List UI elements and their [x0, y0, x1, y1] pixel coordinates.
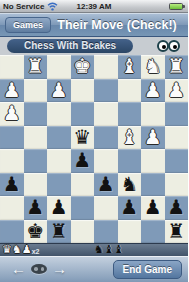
square-b7[interactable]: ♟	[141, 196, 165, 220]
black-pawn: ♟	[141, 196, 165, 220]
square-g7[interactable]: ♟	[24, 196, 48, 220]
square-g5[interactable]	[24, 149, 48, 173]
captured-white-knight: ♞	[12, 244, 22, 256]
square-d7[interactable]	[94, 196, 118, 220]
square-a8[interactable]: ♜	[165, 220, 189, 244]
eye-right	[168, 40, 180, 52]
square-e4[interactable]: ♛	[71, 126, 95, 150]
captured-white-pawn: ♟	[22, 244, 32, 256]
square-a4[interactable]	[165, 126, 189, 150]
square-h8[interactable]	[0, 220, 24, 244]
captured-by-white-tray: ♞♝♝	[94, 243, 124, 256]
black-pawn: ♟	[24, 196, 48, 220]
square-d3[interactable]	[94, 102, 118, 126]
battery-icon	[169, 3, 185, 10]
prev-move-button[interactable]: ←	[11, 256, 26, 282]
bottom-toolbar: ← → End Game	[0, 256, 188, 282]
page-title: Their Move (Check!)	[51, 18, 183, 32]
square-a1[interactable]: ♜	[165, 55, 189, 79]
black-pawn: ♟	[71, 149, 95, 173]
square-g2[interactable]	[24, 79, 48, 103]
square-h4[interactable]	[0, 126, 24, 150]
captured-black-bishop: ♝	[114, 244, 124, 256]
square-f5[interactable]	[47, 149, 71, 173]
square-h3[interactable]: ♟	[0, 102, 24, 126]
square-e7[interactable]	[71, 196, 95, 220]
white-bishop: ♝	[118, 55, 142, 79]
status-bar: No Service 12:39 AM	[0, 0, 188, 13]
square-g1[interactable]: ♜	[24, 55, 48, 79]
square-h2[interactable]: ♟	[0, 79, 24, 103]
white-pawn: ♟	[165, 79, 189, 103]
square-d1[interactable]	[94, 55, 118, 79]
square-d6[interactable]: ♟	[94, 173, 118, 197]
white-pawn: ♟	[0, 79, 24, 103]
match-name-banner: Chess With Bcakes	[7, 39, 133, 53]
square-h1[interactable]	[0, 55, 24, 79]
square-f7[interactable]: ♟	[47, 196, 71, 220]
square-e5[interactable]: ♟	[71, 149, 95, 173]
square-c7[interactable]: ♟	[118, 196, 142, 220]
game-header: Chess With Bcakes	[0, 37, 188, 55]
square-f8[interactable]: ♜	[47, 220, 71, 244]
captured-count-label: x2	[32, 247, 40, 256]
square-f1[interactable]	[47, 55, 71, 79]
square-g4[interactable]	[24, 126, 48, 150]
square-f6[interactable]	[47, 173, 71, 197]
white-bishop: ♝	[118, 126, 142, 150]
square-b3[interactable]	[141, 102, 165, 126]
square-f3[interactable]	[47, 102, 71, 126]
square-a3[interactable]	[165, 102, 189, 126]
square-c1[interactable]: ♝	[118, 55, 142, 79]
square-a7[interactable]: ♟	[165, 196, 189, 220]
square-d5[interactable]	[94, 149, 118, 173]
white-knight: ♞	[141, 55, 165, 79]
black-pawn: ♟	[0, 173, 24, 197]
clock: 12:39 AM	[0, 2, 188, 11]
black-pawn: ♟	[94, 173, 118, 197]
square-d8[interactable]	[94, 220, 118, 244]
white-king: ♚	[71, 55, 95, 79]
square-d2[interactable]	[94, 79, 118, 103]
next-move-button[interactable]: →	[52, 256, 67, 282]
square-g6[interactable]	[24, 173, 48, 197]
square-c2[interactable]	[118, 79, 142, 103]
black-queen: ♛	[71, 126, 95, 150]
square-h5[interactable]	[0, 149, 24, 173]
white-rook: ♜	[24, 55, 48, 79]
iphone-screen: No Service 12:39 AM Games Their Move (Ch…	[0, 0, 188, 282]
square-e1[interactable]: ♚	[71, 55, 95, 79]
white-pawn: ♟	[47, 79, 71, 103]
captured-white-queen: ♛	[2, 244, 12, 256]
square-b5[interactable]	[141, 149, 165, 173]
square-b1[interactable]: ♞	[141, 55, 165, 79]
square-e8[interactable]	[71, 220, 95, 244]
black-pawn: ♟	[47, 196, 71, 220]
end-game-button[interactable]: End Game	[113, 260, 182, 279]
square-a5[interactable]	[165, 149, 189, 173]
captured-pieces-bar: ♛♞♟x2 ♞♝♝	[0, 243, 188, 256]
square-e6[interactable]	[71, 173, 95, 197]
black-pawn: ♟	[165, 196, 189, 220]
white-rook: ♜	[165, 55, 189, 79]
square-h7[interactable]	[0, 196, 24, 220]
square-h6[interactable]: ♟	[0, 173, 24, 197]
black-knight: ♞	[118, 173, 142, 197]
square-e3[interactable]	[71, 102, 95, 126]
square-g3[interactable]	[24, 102, 48, 126]
square-b6[interactable]	[141, 173, 165, 197]
eyes-toggle-icon[interactable]	[31, 264, 47, 274]
square-g8[interactable]: ♚	[24, 220, 48, 244]
white-pawn: ♟	[141, 79, 165, 103]
navigation-bar: Games Their Move (Check!)	[0, 13, 188, 37]
square-c4[interactable]: ♝	[118, 126, 142, 150]
chess-board[interactable]: ♜♚♝♞♜♟♟♟♟♟♛♝♟♟♟♟♞♟♟♟♟♟♚♜♜	[0, 55, 188, 243]
square-e2[interactable]	[71, 79, 95, 103]
square-a6[interactable]	[165, 173, 189, 197]
black-king: ♚	[24, 220, 48, 244]
captured-by-black-tray: ♛♞♟x2	[2, 243, 39, 256]
square-b8[interactable]	[141, 220, 165, 244]
square-c6[interactable]: ♞	[118, 173, 142, 197]
square-c3[interactable]	[118, 102, 142, 126]
black-rook: ♜	[47, 220, 71, 244]
eyes-icon	[158, 40, 180, 52]
square-b2[interactable]: ♟	[141, 79, 165, 103]
black-rook: ♜	[165, 220, 189, 244]
square-b4[interactable]: ♟	[141, 126, 165, 150]
white-pawn: ♟	[141, 126, 165, 150]
square-a2[interactable]: ♟	[165, 79, 189, 103]
square-f2[interactable]: ♟	[47, 79, 71, 103]
square-d4[interactable]	[94, 126, 118, 150]
black-pawn: ♟	[118, 196, 142, 220]
square-f4[interactable]	[47, 126, 71, 150]
captured-black-knight: ♞	[94, 244, 104, 256]
games-back-button[interactable]: Games	[5, 17, 51, 33]
captured-black-bishop: ♝	[104, 244, 114, 256]
square-c8[interactable]	[118, 220, 142, 244]
white-pawn: ♟	[0, 102, 24, 126]
square-c5[interactable]	[118, 149, 142, 173]
